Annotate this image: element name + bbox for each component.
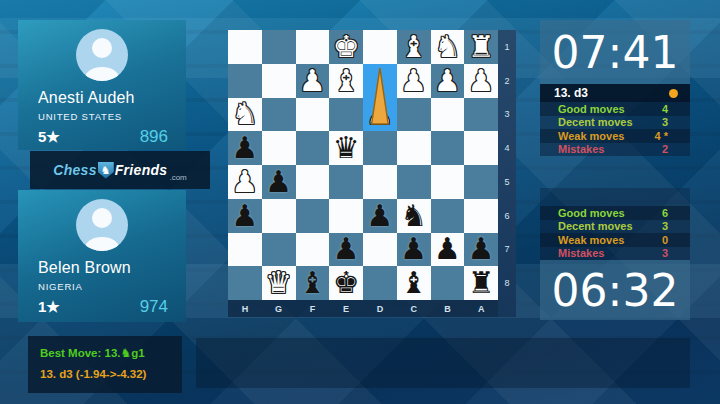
piece-wP-c2[interactable]: ♟ (400, 66, 427, 96)
best-move-box: Best Move: 13.♞g1 13. d3 (-1.94->-4.32) (28, 336, 182, 393)
app-window: Anesti Audeh UNITED STATES 5★ 896 Chess … (0, 0, 720, 404)
rank-label-6: 6 (498, 199, 516, 233)
clock-top: 07:41 (540, 20, 690, 84)
square-f1[interactable] (296, 30, 330, 64)
rank-label-1: 1 (498, 30, 516, 64)
piece-wP-h5[interactable]: ♟ (231, 167, 258, 197)
file-label-B: B (431, 300, 465, 317)
square-g2[interactable] (262, 64, 296, 98)
square-e2[interactable]: ♝ (329, 64, 363, 98)
stat-value: 3 (662, 116, 668, 128)
eval-text: 13. d3 (-1.94->-4.32) (40, 368, 182, 380)
stat-value: 2 (662, 143, 668, 155)
square-a1[interactable]: ♜ (464, 30, 498, 64)
bottom-annotation-strip (196, 338, 690, 388)
piece-wK-e1[interactable]: ♚ (333, 32, 360, 62)
square-d1[interactable] (363, 30, 397, 64)
file-labels: HGFEDCBA (228, 300, 498, 317)
square-f6[interactable] (296, 199, 330, 233)
square-b6[interactable] (431, 199, 465, 233)
player-card-bottom: Belen Brown NIGERIA 1★ 974 (18, 190, 186, 322)
square-c2[interactable]: ♟ (397, 64, 431, 98)
avatar-icon (76, 199, 128, 251)
file-label-H: H (228, 300, 262, 317)
player-stars: 5★ (38, 128, 60, 146)
avatar-icon (76, 29, 128, 81)
stat-label: Weak moves (558, 234, 624, 246)
avatar-head (92, 38, 112, 58)
player-name: Belen Brown (38, 259, 186, 277)
piece-bP-b7[interactable]: ♟ (434, 234, 461, 264)
piece-wP-d3[interactable]: ♟ (366, 99, 393, 129)
square-d4[interactable] (363, 131, 397, 165)
knight-icon: ♞ (121, 346, 132, 360)
clock-bottom: 06:32 (540, 260, 690, 320)
square-a3[interactable] (464, 98, 498, 132)
player-rating: 896 (140, 127, 168, 147)
square-g7[interactable] (262, 233, 296, 267)
square-e3[interactable] (329, 98, 363, 132)
square-d5[interactable] (363, 165, 397, 199)
logo: Chess ♞ Friends .com (30, 151, 210, 189)
stat-value: 3 (662, 247, 668, 259)
square-c7[interactable]: ♟ (397, 233, 431, 267)
chess-board: ♚♝♞♜♟♝♟♟♟♞♟♟♛♟♟♟♟♞♟♟♟♟♛♝♚♝♜ (228, 30, 498, 300)
square-c6[interactable]: ♞ (397, 199, 431, 233)
square-c4[interactable] (397, 131, 431, 165)
best-move-text: Best Move: 13.♞g1 (40, 346, 182, 360)
square-h3[interactable]: ♞ (228, 98, 262, 132)
avatar-torso (85, 67, 119, 81)
square-e6[interactable] (329, 199, 363, 233)
square-d2[interactable] (363, 64, 397, 98)
stat-value: 0 (662, 234, 668, 246)
square-f2[interactable]: ♟ (296, 64, 330, 98)
piece-wN-h3[interactable]: ♞ (231, 99, 258, 129)
stat-label: Weak moves (558, 130, 624, 142)
piece-bN-c6[interactable]: ♞ (400, 201, 427, 231)
square-b4[interactable] (431, 131, 465, 165)
piece-wP-b2[interactable]: ♟ (434, 66, 461, 96)
piece-bP-h4[interactable]: ♟ (231, 133, 258, 163)
file-label-F: F (296, 300, 330, 317)
stat-value: 4 * (655, 130, 668, 142)
file-label-C: C (397, 300, 431, 317)
stat-label: Decent moves (558, 220, 633, 232)
rank-label-5: 5 (498, 165, 516, 199)
avatar-head (92, 208, 112, 228)
white-stats-panel: 07:41 13. d3 Good moves4Decent moves3Wea… (540, 20, 690, 156)
stat-label: Mistakes (558, 143, 604, 155)
stat-row-mistakes: Mistakes3 (540, 247, 690, 261)
player-stars: 1★ (38, 298, 60, 316)
square-g6[interactable] (262, 199, 296, 233)
square-h5[interactable]: ♟ (228, 165, 262, 199)
square-f8[interactable]: ♝ (296, 266, 330, 300)
square-a4[interactable] (464, 131, 498, 165)
logo-text-com: .com (169, 173, 186, 189)
file-label-A: A (464, 300, 498, 317)
square-e4[interactable]: ♛ (329, 131, 363, 165)
square-h6[interactable]: ♟ (228, 199, 262, 233)
stat-row-weak: Weak moves4 * (540, 129, 690, 143)
square-b3[interactable] (431, 98, 465, 132)
move-indicator-dot (669, 89, 678, 98)
rank-label-8: 8 (498, 266, 516, 300)
square-e1[interactable]: ♚ (329, 30, 363, 64)
square-d7[interactable] (363, 233, 397, 267)
square-a2[interactable]: ♟ (464, 64, 498, 98)
rank-label-4: 4 (498, 131, 516, 165)
square-e7[interactable]: ♟ (329, 233, 363, 267)
piece-bP-h6[interactable]: ♟ (231, 201, 258, 231)
piece-bP-e7[interactable]: ♟ (333, 234, 360, 264)
file-label-D: D (363, 300, 397, 317)
piece-wP-a2[interactable]: ♟ (468, 66, 495, 96)
rank-labels: 12345678 (498, 30, 516, 317)
square-c1[interactable]: ♝ (397, 30, 431, 64)
square-g1[interactable] (262, 30, 296, 64)
move-header: 13. d3 (540, 84, 690, 102)
stat-value: 3 (662, 220, 668, 232)
piece-wQ-g8[interactable]: ♛ (265, 268, 292, 298)
square-f5[interactable] (296, 165, 330, 199)
stat-row-good: Good moves4 (540, 102, 690, 116)
rank-label-7: 7 (498, 233, 516, 267)
stat-row-decent: Decent moves3 (540, 220, 690, 234)
player-name: Anesti Audeh (38, 89, 186, 107)
rank-label-2: 2 (498, 64, 516, 98)
avatar-torso (85, 237, 119, 251)
square-a7[interactable]: ♟ (464, 233, 498, 267)
piece-wN-b1[interactable]: ♞ (434, 32, 461, 62)
player-rating: 974 (140, 297, 168, 317)
square-h8[interactable] (228, 266, 262, 300)
square-h2[interactable] (228, 64, 262, 98)
piece-bP-c7[interactable]: ♟ (400, 234, 427, 264)
square-h1[interactable] (228, 30, 262, 64)
piece-bP-d6[interactable]: ♟ (366, 201, 393, 231)
square-b8[interactable] (431, 266, 465, 300)
logo-shield-knight-icon: ♞ (98, 162, 114, 179)
square-g8[interactable]: ♛ (262, 266, 296, 300)
logo-text-chess: Chess (53, 162, 97, 178)
piece-wB-e2[interactable]: ♝ (333, 66, 360, 96)
square-g3[interactable] (262, 98, 296, 132)
square-c8[interactable]: ♝ (397, 266, 431, 300)
stat-row-good: Good moves6 (540, 206, 690, 220)
square-g5[interactable]: ♟ (262, 165, 296, 199)
piece-bB-f8[interactable]: ♝ (299, 268, 326, 298)
piece-bK-e8[interactable]: ♚ (333, 268, 360, 298)
square-b7[interactable]: ♟ (431, 233, 465, 267)
square-d3[interactable]: ♟ (363, 98, 397, 132)
stat-label: Good moves (558, 207, 625, 219)
file-label-E: E (329, 300, 363, 317)
square-b1[interactable]: ♞ (431, 30, 465, 64)
stat-value: 6 (662, 207, 668, 219)
square-b5[interactable] (431, 165, 465, 199)
player-card-top: Anesti Audeh UNITED STATES 5★ 896 (18, 20, 186, 150)
stat-row-mistakes: Mistakes2 (540, 143, 690, 157)
square-h7[interactable] (228, 233, 262, 267)
square-a8[interactable]: ♜ (464, 266, 498, 300)
piece-wR-a1[interactable]: ♜ (468, 32, 495, 62)
piece-bP-g5[interactable]: ♟ (265, 167, 292, 197)
logo-text-friends: Friends (115, 162, 168, 178)
rank-label-3: 3 (498, 98, 516, 132)
square-f4[interactable] (296, 131, 330, 165)
square-b2[interactable]: ♟ (431, 64, 465, 98)
stat-value: 4 (662, 103, 668, 115)
stat-row-decent: Decent moves3 (540, 116, 690, 130)
square-a6[interactable] (464, 199, 498, 233)
player-country: UNITED STATES (38, 111, 186, 122)
piece-bQ-e4[interactable]: ♛ (333, 133, 360, 163)
square-e8[interactable]: ♚ (329, 266, 363, 300)
square-g4[interactable] (262, 131, 296, 165)
piece-wP-f2[interactable]: ♟ (299, 66, 326, 96)
square-c3[interactable] (397, 98, 431, 132)
square-d6[interactable]: ♟ (363, 199, 397, 233)
stat-label: Decent moves (558, 116, 633, 128)
square-d8[interactable] (363, 266, 397, 300)
stat-label: Good moves (558, 103, 625, 115)
piece-bR-a8[interactable]: ♜ (468, 268, 495, 298)
stat-label: Mistakes (558, 247, 604, 259)
square-h4[interactable]: ♟ (228, 131, 262, 165)
file-label-G: G (262, 300, 296, 317)
square-a5[interactable] (464, 165, 498, 199)
piece-wB-c1[interactable]: ♝ (400, 32, 427, 62)
piece-bB-c8[interactable]: ♝ (400, 268, 427, 298)
square-f7[interactable] (296, 233, 330, 267)
square-f3[interactable] (296, 98, 330, 132)
piece-bP-a7[interactable]: ♟ (468, 234, 495, 264)
square-e5[interactable] (329, 165, 363, 199)
move-label: 13. d3 (554, 86, 588, 100)
black-stats-panel: Good moves6Decent moves3Weak moves0Mista… (540, 188, 690, 320)
stat-row-weak: Weak moves0 (540, 233, 690, 247)
square-c5[interactable] (397, 165, 431, 199)
player-country: NIGERIA (38, 281, 186, 292)
